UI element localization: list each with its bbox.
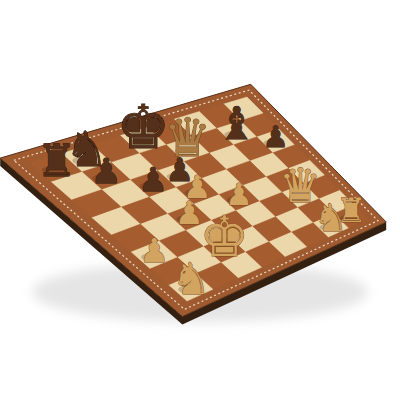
chessboard-photo: ♝♚♟♛♞♜♟♟♟♟♛♟♜♟♞♚♟♞: [0, 0, 400, 400]
piece-black-pawn-a6: ♟: [262, 120, 288, 154]
piece-black-pawn-g7: ♟: [91, 151, 122, 191]
piece-white-knight-b1: ♞: [314, 196, 348, 240]
piece-black-king-e8: ♚: [116, 92, 170, 162]
piece-black-rook-h8: ♜: [36, 135, 76, 187]
piece-black-pawn-f6: ♟: [138, 160, 168, 199]
piece-white-knight-h1: ♞: [171, 253, 210, 304]
piece-white-pawn-h3: ♟: [140, 231, 170, 270]
piece-black-bishop-b7: ♝: [216, 97, 256, 150]
product-photo: ♝♚♟♛♞♜♟♟♟♟♛♟♜♟♞♚♟♞: [0, 0, 400, 400]
